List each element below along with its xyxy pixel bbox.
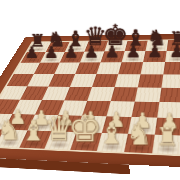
square-h7 bbox=[165, 51, 180, 63]
square-f6 bbox=[118, 62, 143, 74]
piece-white-knight-b1: ♞ bbox=[0, 117, 21, 144]
piece-white-rook-h1: ♜ bbox=[155, 125, 178, 151]
piece-white-bishop-c1: ♝ bbox=[20, 116, 46, 145]
piece-white-king-e1: ♚ bbox=[67, 109, 101, 147]
piece-white-bishop-f1: ♝ bbox=[98, 118, 125, 148]
square-g7 bbox=[143, 51, 167, 62]
chess-board: ♜♞♝♛♚♝♞♜♟♟♟♟♟♟♟♟♟♟♟♟♟♟♟♟♜♞♝♛♚♝♞♜ bbox=[0, 34, 180, 168]
board-side-edge bbox=[0, 156, 180, 178]
square-h8 bbox=[167, 40, 180, 51]
square-f7 bbox=[122, 51, 146, 62]
square-f8 bbox=[125, 41, 148, 52]
square-g6 bbox=[141, 62, 166, 74]
photo-stage: ♜♞♝♛♚♝♞♜♟♟♟♟♟♟♟♟♟♟♟♟♟♟♟♟♜♞♝♛♚♝♞♜ bbox=[0, 0, 180, 180]
piece-white-knight-g1: ♞ bbox=[126, 120, 152, 149]
scene: ♜♞♝♛♚♝♞♜♟♟♟♟♟♟♟♟♟♟♟♟♟♟♟♟♜♞♝♛♚♝♞♜ bbox=[0, 0, 180, 180]
square-g8 bbox=[145, 40, 168, 51]
square-h6 bbox=[163, 62, 180, 74]
